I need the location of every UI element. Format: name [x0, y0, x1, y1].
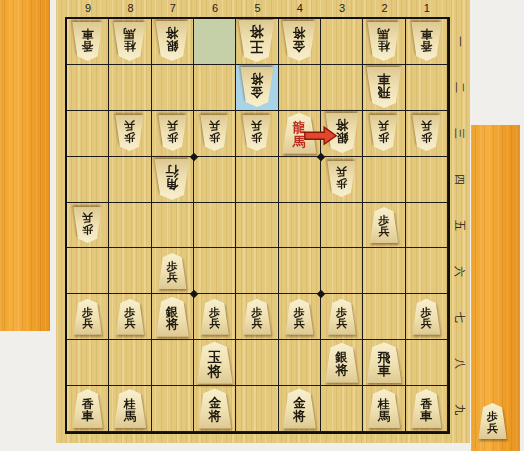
- square-8g[interactable]: 歩兵: [109, 294, 151, 340]
- piece-sente-pawn[interactable]: 歩兵: [200, 299, 229, 335]
- square-3g[interactable]: 歩兵: [321, 294, 363, 340]
- piece-gote-rook[interactable]: 飛車: [366, 67, 402, 108]
- piece-sente-king[interactable]: 玉将: [196, 342, 233, 384]
- piece-sente-pawn[interactable]: 歩兵: [327, 299, 356, 335]
- file-label-1: 1: [406, 2, 448, 15]
- square-5d[interactable]: [236, 157, 278, 203]
- square-2h[interactable]: 飛車: [363, 340, 405, 386]
- piece-gote-pawn[interactable]: 歩兵: [412, 115, 441, 151]
- rank-label-6: 六: [451, 248, 467, 294]
- square-6i[interactable]: 金将: [194, 386, 236, 432]
- piece-sente-silver[interactable]: 銀将: [155, 297, 189, 337]
- piece-gote-pawn[interactable]: 歩兵: [158, 115, 187, 151]
- square-8b[interactable]: [109, 65, 151, 111]
- square-9i[interactable]: 香車: [67, 386, 109, 432]
- piece-sente-knight[interactable]: 桂馬: [367, 389, 400, 428]
- square-3f[interactable]: [321, 248, 363, 294]
- piece-gote-pawn[interactable]: 歩兵: [200, 115, 229, 151]
- piece-sente-lance[interactable]: 香車: [72, 389, 103, 428]
- piece-sente-gold[interactable]: 金将: [198, 389, 232, 429]
- piece-sente-pawn[interactable]: 歩兵: [369, 207, 398, 243]
- piece-sente-rook[interactable]: 飛車: [366, 342, 402, 383]
- piece-gote-gold[interactable]: 金将: [240, 67, 274, 107]
- rank-label-3: 三: [451, 111, 467, 157]
- square-9c[interactable]: [67, 111, 109, 157]
- piece-gote-lance[interactable]: 香車: [72, 22, 103, 61]
- piece-sente-pawn[interactable]: 歩兵: [412, 299, 441, 335]
- square-8f[interactable]: [109, 248, 151, 294]
- square-1g[interactable]: 歩兵: [406, 294, 448, 340]
- square-7c[interactable]: 歩兵: [152, 111, 194, 157]
- square-1c[interactable]: 歩兵: [406, 111, 448, 157]
- square-2g[interactable]: [363, 294, 405, 340]
- square-5f[interactable]: [236, 248, 278, 294]
- square-6d[interactable]: [194, 157, 236, 203]
- square-7h[interactable]: [152, 340, 194, 386]
- square-9h[interactable]: [67, 340, 109, 386]
- square-9g[interactable]: 歩兵: [67, 294, 109, 340]
- square-8h[interactable]: [109, 340, 151, 386]
- square-5c[interactable]: 歩兵: [236, 111, 278, 157]
- square-3e[interactable]: [321, 203, 363, 249]
- rank-label-4: 四: [451, 157, 467, 203]
- piece-gote-pawn[interactable]: 歩兵: [327, 161, 356, 197]
- piece-gote-bishop[interactable]: 角行: [154, 159, 190, 200]
- square-7d[interactable]: 角行: [152, 157, 194, 203]
- square-3d[interactable]: 歩兵: [321, 157, 363, 203]
- square-8d[interactable]: [109, 157, 151, 203]
- square-3b[interactable]: [321, 65, 363, 111]
- piece-gote-silver[interactable]: 銀将: [325, 113, 359, 153]
- square-9f[interactable]: [67, 248, 109, 294]
- square-1e[interactable]: [406, 203, 448, 249]
- square-8a[interactable]: 桂馬: [109, 19, 151, 65]
- piece-sente-pawn[interactable]: 歩兵: [115, 299, 144, 335]
- sente-hand-pieces: 歩兵: [471, 125, 520, 451]
- square-7i[interactable]: [152, 386, 194, 432]
- square-8i[interactable]: 桂馬: [109, 386, 151, 432]
- square-4b[interactable]: [279, 65, 321, 111]
- file-label-3: 3: [321, 2, 363, 15]
- piece-gote-lance[interactable]: 香車: [411, 22, 442, 61]
- square-2c[interactable]: 歩兵: [363, 111, 405, 157]
- square-7b[interactable]: [152, 65, 194, 111]
- square-6e[interactable]: [194, 203, 236, 249]
- square-1i[interactable]: 香車: [406, 386, 448, 432]
- square-2e[interactable]: 歩兵: [363, 203, 405, 249]
- piece-sente-lance[interactable]: 香車: [411, 389, 442, 428]
- piece-gote-king[interactable]: 王将: [238, 20, 275, 62]
- square-5g[interactable]: 歩兵: [236, 294, 278, 340]
- square-3h[interactable]: 銀将: [321, 340, 363, 386]
- square-4f[interactable]: [279, 248, 321, 294]
- square-7f[interactable]: 歩兵: [152, 248, 194, 294]
- piece-sente-promoted-bishop-horse[interactable]: 龍馬: [282, 113, 317, 154]
- square-1f[interactable]: [406, 248, 448, 294]
- piece-sente-knight[interactable]: 桂馬: [113, 389, 146, 428]
- square-1h[interactable]: [406, 340, 448, 386]
- square-1b[interactable]: [406, 65, 448, 111]
- square-6f[interactable]: [194, 248, 236, 294]
- gote-piece-stand: [0, 0, 50, 331]
- sente-piece-stand: 歩兵: [471, 125, 520, 451]
- square-5h[interactable]: [236, 340, 278, 386]
- piece-gote-knight[interactable]: 桂馬: [367, 22, 400, 61]
- piece-gote-pawn[interactable]: 歩兵: [73, 207, 102, 243]
- square-9b[interactable]: [67, 65, 109, 111]
- square-5i[interactable]: [236, 386, 278, 432]
- board-grid: 香車桂馬銀将王将金将桂馬香車金将飛車歩兵歩兵歩兵歩兵龍馬銀将歩兵歩兵角行歩兵歩兵…: [65, 17, 450, 434]
- piece-gote-knight[interactable]: 桂馬: [113, 22, 146, 61]
- piece-gote-gold[interactable]: 金将: [282, 21, 316, 61]
- square-3c[interactable]: 銀将: [321, 111, 363, 157]
- square-8e[interactable]: [109, 203, 151, 249]
- square-4e[interactable]: [279, 203, 321, 249]
- square-4g[interactable]: 歩兵: [279, 294, 321, 340]
- square-1d[interactable]: [406, 157, 448, 203]
- rank-label-8: 八: [451, 340, 467, 386]
- square-6g[interactable]: 歩兵: [194, 294, 236, 340]
- square-9a[interactable]: 香車: [67, 19, 109, 65]
- square-7e[interactable]: [152, 203, 194, 249]
- square-2i[interactable]: 桂馬: [363, 386, 405, 432]
- rank-label-9: 九: [451, 386, 467, 432]
- square-6h[interactable]: 玉将: [194, 340, 236, 386]
- square-2d[interactable]: [363, 157, 405, 203]
- square-8c[interactable]: 歩兵: [109, 111, 151, 157]
- piece-sente-gold[interactable]: 金将: [282, 389, 316, 429]
- square-4a[interactable]: 金将: [279, 19, 321, 65]
- file-label-8: 8: [109, 2, 151, 15]
- rank-label-5: 五: [451, 203, 467, 249]
- piece-sente-pawn[interactable]: 歩兵: [285, 299, 314, 335]
- piece-gote-silver[interactable]: 銀将: [155, 21, 189, 61]
- piece-gote-pawn[interactable]: 歩兵: [369, 115, 398, 151]
- square-9d[interactable]: [67, 157, 109, 203]
- square-5b[interactable]: 金将: [236, 65, 278, 111]
- square-3i[interactable]: [321, 386, 363, 432]
- square-3a[interactable]: [321, 19, 363, 65]
- square-4d[interactable]: [279, 157, 321, 203]
- file-label-4: 4: [279, 2, 321, 15]
- file-label-6: 6: [194, 2, 236, 15]
- square-1a[interactable]: 香車: [406, 19, 448, 65]
- square-6c[interactable]: 歩兵: [194, 111, 236, 157]
- rank-label-7: 七: [451, 294, 467, 340]
- square-6b[interactable]: [194, 65, 236, 111]
- file-label-9: 9: [67, 2, 109, 15]
- piece-sente-pawn[interactable]: 歩兵: [73, 299, 102, 335]
- square-6a[interactable]: [194, 19, 236, 65]
- square-4h[interactable]: [279, 340, 321, 386]
- square-2b[interactable]: 飛車: [363, 65, 405, 111]
- square-7a[interactable]: 銀将: [152, 19, 194, 65]
- square-4c[interactable]: 龍馬: [279, 111, 321, 157]
- piece-gote-pawn[interactable]: 歩兵: [115, 115, 144, 151]
- file-label-2: 2: [363, 2, 405, 15]
- square-5e[interactable]: [236, 203, 278, 249]
- square-2a[interactable]: 桂馬: [363, 19, 405, 65]
- square-7g[interactable]: 銀将: [152, 294, 194, 340]
- square-2f[interactable]: [363, 248, 405, 294]
- shogi-app: 歩兵 987654321 一二三四五六七八九 香車桂馬銀将王将金将桂馬香車金将飛…: [0, 0, 524, 451]
- piece-sente-pawn[interactable]: 歩兵: [158, 253, 187, 289]
- rank-label-2: 二: [451, 65, 467, 111]
- piece-sente-pawn[interactable]: 歩兵: [478, 403, 507, 439]
- piece-gote-pawn[interactable]: 歩兵: [242, 115, 271, 151]
- square-9e[interactable]: 歩兵: [67, 203, 109, 249]
- square-4i[interactable]: 金将: [279, 386, 321, 432]
- shogi-board: 987654321 一二三四五六七八九 香車桂馬銀将王将金将桂馬香車金将飛車歩兵…: [56, 0, 470, 443]
- gote-hand-pieces: [0, 0, 50, 331]
- piece-sente-silver[interactable]: 銀将: [325, 343, 359, 383]
- rank-label-1: 一: [451, 19, 467, 65]
- file-label-7: 7: [152, 2, 194, 15]
- piece-sente-pawn[interactable]: 歩兵: [242, 299, 271, 335]
- square-5a[interactable]: 王将: [236, 19, 278, 65]
- file-label-5: 5: [236, 2, 278, 15]
